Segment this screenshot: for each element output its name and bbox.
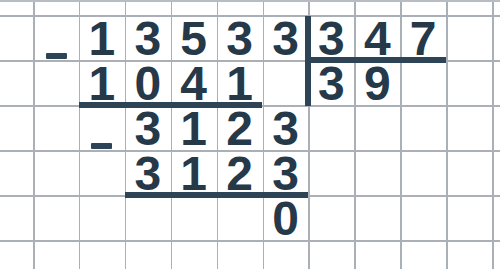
digit-cell-r1c6: 3 (308, 60, 354, 105)
digit-cell-r1c1: 1 (79, 60, 125, 105)
digit-cell-r3c2: 3 (125, 150, 171, 195)
digit-cell-r0c7: 4 (354, 15, 400, 60)
second-subtraction-line (125, 192, 309, 198)
quotient-underline (308, 57, 446, 63)
digit-cell-r0c6: 3 (308, 15, 354, 60)
digit-cell-r2c5: 3 (263, 105, 309, 150)
digit-cell-r0c2: 3 (125, 15, 171, 60)
digit-cell-r0c1: 1 (79, 15, 125, 60)
digit-cell-r3c5: 3 (263, 150, 309, 195)
squared-paper-sheet: 13533347104139312331230 (0, 0, 500, 269)
digit-cell-r0c3: 5 (171, 15, 217, 60)
digit-cell-r0c4: 3 (217, 15, 263, 60)
digit-cell-r1c7: 9 (354, 60, 400, 105)
first-subtraction-line (79, 102, 263, 108)
digit-cell-r4c5: 0 (263, 195, 309, 240)
digit-cell-r3c4: 2 (217, 150, 263, 195)
digit-cell-r0c5: 3 (263, 15, 309, 60)
minus-sign (91, 143, 112, 149)
digit-cell-r1c4: 1 (217, 60, 263, 105)
grid-line-top-edge (0, 0, 500, 2)
digit-cell-r1c3: 4 (171, 60, 217, 105)
digit-cell-r0c8: 7 (400, 15, 446, 60)
digit-cell-r2c4: 2 (217, 105, 263, 150)
digit-cell-r2c2: 3 (125, 105, 171, 150)
digit-cell-r3c3: 1 (171, 150, 217, 195)
digit-cell-r1c2: 0 (125, 60, 171, 105)
minus-sign (46, 53, 67, 59)
digit-cell-r2c3: 1 (171, 105, 217, 150)
